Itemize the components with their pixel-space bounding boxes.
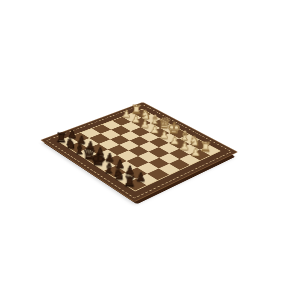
pieces-overlay: ♜♞♝♛♚♝♞♜♟♟♟♟♟♟♟♟♟♟♟♟♟♟♟♟♜♞♝♛♚♝♞♜ — [40, 102, 238, 202]
pieces-grid: ♜♞♝♛♚♝♞♜♟♟♟♟♟♟♟♟♟♟♟♟♟♟♟♟♜♞♝♛♚♝♞♜ — [57, 109, 221, 192]
piece-white-pawn: ♟ — [188, 146, 203, 158]
chess-set-scene: ♜♞♝♛♚♝♞♜♟♟♟♟♟♟♟♟♟♟♟♟♟♟♟♟♜♞♝♛♚♝♞♜ — [65, 72, 212, 219]
product-photo-canvas: { "game": "chess", "scene": { "type": "w… — [0, 0, 300, 300]
piece-black-rook: ♜ — [121, 174, 138, 189]
